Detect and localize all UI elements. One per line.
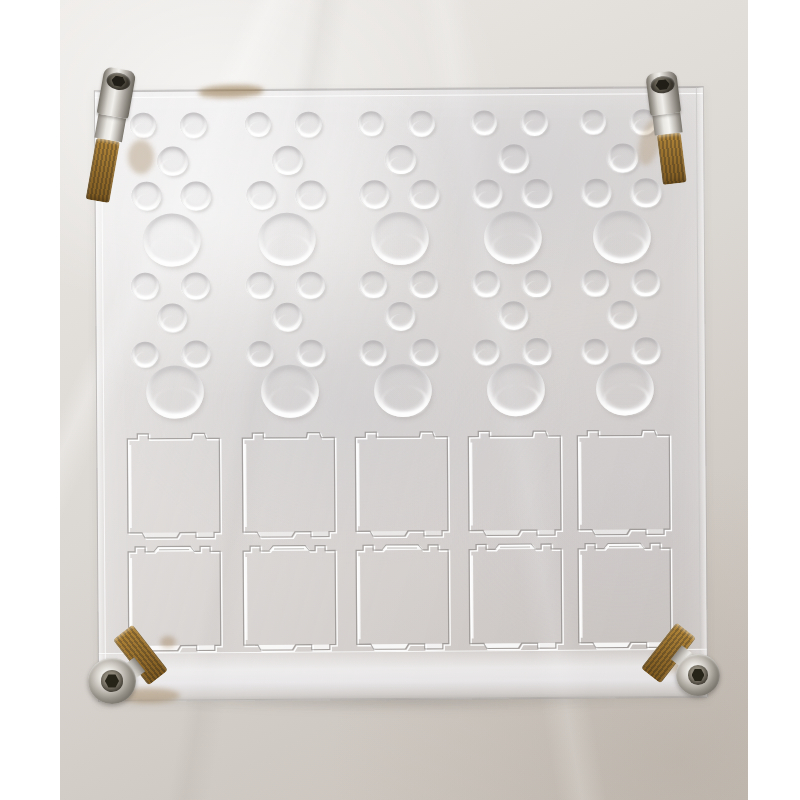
square-cutout (242, 431, 335, 538)
square-cutout (127, 432, 220, 539)
large-ring-hole (146, 365, 204, 418)
large-ring-hole (484, 211, 542, 264)
drill-hole (409, 338, 438, 365)
drill-hole (180, 181, 211, 210)
drill-hole (295, 111, 322, 136)
plate-top-edge (95, 87, 703, 98)
drill-hole (130, 113, 156, 137)
drill-hole (157, 303, 187, 331)
drill-hole (581, 338, 608, 363)
drill-hole (630, 178, 661, 207)
drill-hole (132, 182, 162, 210)
drill-hole (522, 269, 551, 296)
drill-hole (472, 270, 500, 296)
drill-hole (498, 301, 528, 329)
hex-socket-icon (650, 75, 676, 95)
drill-hole (409, 270, 438, 297)
drill-hole (631, 337, 660, 364)
drill-hole (359, 340, 386, 365)
large-ring-hole (371, 211, 429, 264)
drill-hole (180, 112, 207, 137)
large-ring-hole (258, 212, 316, 265)
drill-hole (580, 110, 606, 134)
drill-hole (471, 110, 497, 134)
drill-hole (408, 179, 439, 208)
large-ring-hole (596, 362, 654, 415)
hex-socket-icon (101, 670, 123, 691)
drill-hole (385, 144, 416, 173)
drill-hole (157, 146, 188, 175)
hex-socket-icon (105, 71, 132, 92)
drill-hole (607, 143, 638, 172)
drill-hole (472, 339, 499, 364)
drill-hole (296, 271, 325, 298)
large-ring-hole (487, 362, 545, 415)
drill-hole (359, 271, 387, 297)
screw-head-icon (676, 654, 720, 696)
drill-hole (385, 302, 415, 330)
square-cutout (468, 430, 561, 537)
screw-cap-icon (645, 71, 681, 116)
drill-hole (131, 341, 158, 366)
large-ring-hole (593, 210, 651, 263)
square-cutout (243, 544, 336, 651)
drill-hole (360, 180, 390, 208)
brass-standoff (656, 132, 686, 185)
drill-hole (296, 339, 325, 366)
drill-hole (408, 110, 435, 135)
square-cutout (355, 431, 448, 538)
drill-hole (522, 337, 551, 364)
drill-hole (607, 300, 637, 328)
drill-hole (272, 145, 303, 174)
drill-hole (245, 112, 271, 136)
square-cutout (356, 544, 449, 651)
drill-hole (295, 180, 326, 209)
square-cutout (469, 543, 562, 650)
corner-screw-bottom-left (86, 630, 178, 708)
drill-hole (247, 181, 277, 209)
plate-bottom-edge (99, 649, 707, 701)
drill-hole (521, 109, 548, 134)
drill-hole (181, 340, 210, 367)
drill-hole (581, 270, 609, 296)
large-ring-hole (374, 363, 432, 416)
acrylic-plate (94, 86, 708, 702)
drill-hole (358, 111, 384, 135)
drill-hole (473, 179, 503, 207)
stain-mark (128, 140, 154, 174)
corner-screw-bottom-right (646, 620, 738, 704)
drill-hole (131, 273, 159, 299)
drill-hole (631, 269, 660, 296)
drill-hole (521, 178, 552, 207)
square-cutout (577, 429, 670, 536)
large-ring-hole (143, 213, 201, 266)
brass-standoff (86, 138, 120, 203)
drill-hole (582, 179, 612, 207)
screw-head-icon (88, 658, 136, 704)
drill-hole (246, 272, 274, 298)
drill-hole (498, 144, 529, 173)
hex-socket-icon (688, 665, 708, 684)
photo-canvas: { "game": "none (photograph of a clear l… (0, 0, 800, 800)
drill-hole (181, 272, 210, 299)
drill-hole (246, 340, 273, 365)
large-ring-hole (261, 364, 319, 417)
drill-hole (272, 303, 302, 331)
